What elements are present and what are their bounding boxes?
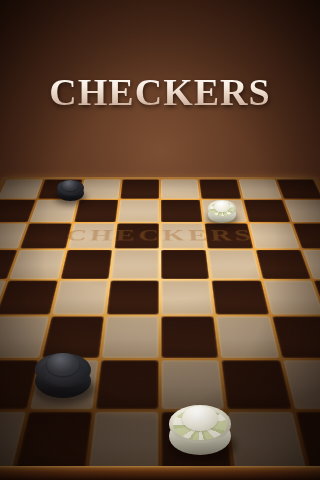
checker-piece-white	[208, 199, 236, 225]
piece-cap	[47, 353, 80, 376]
checker-piece-white	[169, 402, 231, 459]
checker-piece-black	[35, 350, 91, 402]
piece-cap	[62, 180, 78, 191]
game-title: CHECKERS	[0, 70, 320, 114]
piece-cap	[214, 201, 230, 212]
checker-piece-black	[57, 179, 84, 204]
piece-cap	[182, 406, 218, 431]
checkers-splash-screen: CHECKERS CHECKERS	[0, 0, 320, 480]
